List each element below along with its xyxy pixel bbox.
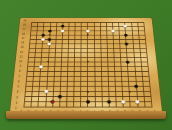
row-label: 16 (20, 33, 26, 35)
row-label: 12 (18, 51, 25, 53)
board-point[interactable]: ● (56, 94, 63, 99)
white-stone: ● (122, 23, 129, 29)
board-point[interactable]: ● (84, 99, 91, 104)
row-label: 4 (14, 91, 21, 94)
board-point[interactable]: ● (120, 99, 127, 104)
board-point[interactable]: ● (133, 84, 140, 89)
black-stone: ● (56, 93, 64, 100)
white-stone: ● (45, 40, 53, 46)
board-front-bevel (6, 111, 166, 119)
row-label: 6 (15, 81, 22, 83)
row-label: 17 (21, 29, 27, 31)
row-label: 5 (15, 86, 22, 89)
board-point[interactable]: ● (38, 64, 45, 69)
row-label: 13 (19, 47, 26, 49)
star-point (129, 91, 131, 93)
board-point[interactable]: ● (47, 28, 54, 32)
white-stone: ● (119, 98, 127, 105)
row-label: 18 (21, 24, 27, 26)
board-point[interactable]: ● (106, 99, 113, 104)
board-point[interactable]: ● (134, 99, 141, 104)
row-label: 7 (16, 76, 23, 78)
last-move-marker (51, 101, 54, 103)
black-stone: ● (84, 98, 92, 105)
black-stone: ● (124, 58, 132, 64)
row-label: 15 (20, 38, 26, 40)
board-point[interactable]: ● (43, 89, 50, 94)
board-point[interactable]: ● (49, 99, 56, 104)
black-stone: ● (46, 27, 53, 33)
board-point[interactable]: ● (123, 41, 130, 45)
white-stone: ● (37, 63, 45, 69)
black-stone: ● (105, 98, 113, 105)
star-point (87, 91, 89, 93)
black-stone: ● (122, 32, 129, 38)
white-stone: ● (84, 27, 91, 33)
white-stone: ● (133, 98, 141, 105)
star-point (87, 34, 89, 35)
goban: ●●●●●●●●●●●●●●●●●●●●●● 19181716151413121… (10, 18, 162, 112)
board-point[interactable]: ● (123, 33, 130, 37)
row-label: 9 (17, 66, 24, 68)
black-stone: ● (123, 40, 131, 46)
star-point (47, 61, 49, 63)
board-point[interactable]: ● (85, 28, 91, 32)
black-stone: ● (132, 83, 140, 90)
white-stone: ● (42, 88, 50, 95)
goban-3d-wrap: ●●●●●●●●●●●●●●●●●●●●●● 19181716151413121… (10, 18, 162, 112)
row-label: 2 (13, 102, 20, 105)
goban-grid: ●●●●●●●●●●●●●●●●●●●●●● (20, 20, 156, 110)
white-stone: ● (109, 27, 116, 33)
star-point (87, 61, 89, 63)
row-label: 3 (13, 96, 20, 99)
board-point[interactable]: ● (46, 41, 53, 45)
row-label: 1 (12, 107, 19, 110)
row-label: 10 (17, 61, 24, 63)
row-label: 11 (18, 56, 25, 58)
app-background: ●●●●●●●●●●●●●●●●●●●●●● 19181716151413121… (0, 0, 172, 130)
board-point[interactable]: ● (122, 24, 129, 28)
row-label: 14 (19, 42, 26, 44)
row-label: 19 (22, 20, 28, 22)
row-label: 8 (16, 71, 23, 73)
board-point[interactable]: ● (110, 28, 116, 32)
board-point[interactable]: ● (59, 28, 65, 32)
white-stone: ● (59, 27, 66, 33)
board-point[interactable]: ● (124, 60, 131, 65)
